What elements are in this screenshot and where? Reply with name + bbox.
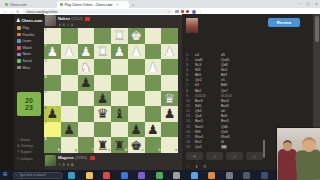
- white-move[interactable]: Rhe1: [195, 135, 221, 139]
- move-list-scrollbar[interactable]: [263, 140, 265, 158]
- reload-icon[interactable]: ↻: [16, 10, 19, 14]
- person-left-body: [278, 149, 297, 180]
- sidebar-item-learn[interactable]: Learn: [17, 39, 31, 43]
- moves-nav-back-icon[interactable]: ‹: [206, 152, 223, 160]
- sidebar-footer-collapse[interactable]: «Collapse: [17, 157, 33, 161]
- taskbar-app-icon-gray[interactable]: [173, 172, 180, 179]
- black-pawn-f4: ♟: [80, 76, 92, 89]
- square-g6[interactable]: [61, 106, 78, 122]
- square-e2[interactable]: ♜: [94, 44, 111, 60]
- square-d6[interactable]: ♝: [111, 106, 128, 122]
- move-number: 3.: [186, 63, 195, 67]
- taskbar-app-icon-green[interactable]: [156, 172, 163, 179]
- square-d3[interactable]: [111, 59, 128, 75]
- year-2023-ad[interactable]: 20 23: [17, 92, 41, 116]
- rank-label: 5: [45, 91, 47, 94]
- sidebar-item-social[interactable]: Social: [17, 59, 32, 63]
- sidebar-item-label: Learn: [22, 39, 31, 43]
- square-c7[interactable]: ♟: [128, 122, 145, 138]
- move-number: 7.: [186, 83, 195, 87]
- square-d4[interactable]: [111, 75, 128, 91]
- watch-icon: [17, 46, 21, 50]
- bottom-player-rating: (1095): [75, 155, 87, 160]
- black-move[interactable]: Qe6: [221, 130, 247, 134]
- square-h6[interactable]: ♟6: [44, 106, 61, 122]
- move-number: 17.: [186, 135, 195, 139]
- square-a5[interactable]: ♛: [161, 91, 178, 107]
- bookmark-star-icon[interactable]: ☆: [167, 10, 170, 14]
- black-pawn-h6: ♟: [47, 107, 59, 120]
- move-number: 10.: [186, 99, 195, 103]
- square-h4[interactable]: 4: [44, 75, 61, 91]
- extension-red-icon[interactable]: [186, 10, 189, 13]
- rank-label: 4: [45, 76, 47, 79]
- move-number: 9.: [186, 94, 195, 98]
- square-d8[interactable]: ♜d: [111, 137, 128, 153]
- square-c2[interactable]: ♟: [128, 44, 145, 60]
- bottom-player-name[interactable]: Magnus (1095): [58, 155, 95, 160]
- sidebar-item-label: Social: [22, 59, 31, 63]
- extension-puzzle-icon[interactable]: [175, 10, 178, 13]
- search-icon: ⌕: [17, 138, 19, 142]
- square-b7[interactable]: ♟: [145, 122, 162, 138]
- play-icon: [17, 26, 21, 30]
- file-label: c: [142, 149, 144, 152]
- maximize-icon[interactable]: ▢: [307, 2, 310, 6]
- square-e8[interactable]: ♜e: [94, 137, 111, 153]
- square-g1[interactable]: [61, 28, 78, 44]
- square-b3[interactable]: ♟: [145, 59, 162, 75]
- black-move[interactable]: f4: [221, 140, 247, 144]
- square-g4[interactable]: [61, 75, 78, 91]
- square-f2[interactable]: ♟: [78, 44, 95, 60]
- sidebar-item-puzzles[interactable]: Puzzles: [17, 33, 34, 37]
- rank-label: 7: [45, 122, 47, 125]
- square-h3[interactable]: 3: [44, 59, 61, 75]
- rank-label: 6: [45, 107, 47, 110]
- browser-tab-1[interactable]: Chess.com: [2, 1, 56, 8]
- square-d5[interactable]: [111, 91, 128, 107]
- sidebar-item-label: Puzzles: [22, 33, 34, 37]
- move-number: 6.: [186, 78, 195, 82]
- black-move[interactable]: Qe7: [221, 89, 247, 93]
- file-label: e: [108, 149, 110, 152]
- black-move[interactable]: e5: [221, 78, 247, 82]
- square-e3[interactable]: [94, 59, 111, 75]
- white-pawn-g2: ♟: [63, 44, 75, 57]
- square-d7[interactable]: [111, 122, 128, 138]
- search-icon: ⌕: [16, 173, 18, 177]
- white-knight-f3: ♞: [80, 60, 92, 73]
- square-g7[interactable]: ♟: [61, 122, 78, 138]
- square-c6[interactable]: [128, 106, 145, 122]
- opponent-photo-avatar[interactable]: [186, 18, 198, 33]
- black-pawn-a6: ♟: [164, 107, 176, 120]
- chesscom-favicon: [5, 3, 8, 6]
- pawn-logo-icon: ♟: [16, 17, 20, 23]
- puzzles-icon: [17, 33, 21, 37]
- top-player-bar: Nakez (1112) ♞♞♝♟: [44, 15, 178, 27]
- square-d1[interactable]: ♜: [111, 28, 128, 44]
- rank-label: 3: [45, 60, 47, 63]
- move-number: 8.: [186, 89, 195, 93]
- tab-title: Play Chess Online - Chess.com: [65, 3, 113, 7]
- white-pawn-d2: ♟: [114, 44, 126, 57]
- black-move[interactable]: a6: [221, 109, 247, 113]
- black-move[interactable]: O-O-O: [221, 94, 247, 98]
- square-f6[interactable]: [78, 106, 95, 122]
- black-pawn-b7: ♟: [147, 123, 159, 136]
- square-h7[interactable]: 7: [44, 122, 61, 138]
- browser-tab-2-active[interactable]: Play Chess Online - Chess.com ✕: [57, 1, 129, 8]
- sidebar-footer-support[interactable]: ?Support: [17, 150, 31, 154]
- bottom-player-bar: Magnus (1095) ♘♗♗♙: [44, 155, 178, 168]
- black-move[interactable]: Bxc6: [221, 99, 247, 103]
- taskbar-app-icon-steel[interactable]: [243, 172, 250, 179]
- move-number: 4.: [186, 68, 195, 72]
- move-number: 11.: [186, 104, 195, 108]
- square-d2[interactable]: ♟: [111, 44, 128, 60]
- download-icon[interactable]: ⬇: [195, 164, 198, 169]
- gear-icon: ⚙: [17, 144, 20, 148]
- rank-label: 2: [45, 44, 47, 47]
- person-right-head: [302, 137, 316, 152]
- white-move[interactable]: Nd5: [195, 104, 221, 108]
- black-move[interactable]: Bxe5: [221, 119, 247, 123]
- webcam-overlay: [277, 128, 320, 180]
- black-move[interactable]: Qd6: [221, 125, 247, 129]
- chesscom-logo[interactable]: ♟ Chess.com: [16, 17, 42, 23]
- black-move[interactable]: Qxd5: [221, 58, 247, 62]
- person-right-body: [295, 149, 320, 180]
- url-field[interactable]: chess.com/play/online ☆: [23, 9, 173, 14]
- move-number: 5.: [186, 73, 195, 77]
- top-player-avatar[interactable]: [45, 15, 56, 26]
- square-a7[interactable]: [161, 122, 178, 138]
- sidebar-item-watch[interactable]: Watch: [17, 46, 32, 50]
- taskbar-app-icon-navy[interactable]: [261, 172, 268, 179]
- black-move[interactable]: d5: [221, 53, 247, 57]
- close-tab-icon[interactable]: ✕: [116, 3, 119, 7]
- file-label: f: [92, 149, 93, 152]
- white-pawn-a2: ♟: [164, 44, 176, 57]
- white-rook-e2: ♜: [97, 44, 109, 57]
- square-a8[interactable]: a: [161, 137, 178, 153]
- white-move[interactable]: e4: [195, 53, 221, 57]
- black-move[interactable]: h6: [221, 145, 227, 149]
- square-g2[interactable]: ♟: [61, 44, 78, 60]
- move-number: 13.: [186, 114, 195, 118]
- black-rook-d8: ♜: [114, 138, 126, 151]
- square-b8[interactable]: b: [145, 137, 162, 153]
- white-move[interactable]: O-O-O: [195, 94, 221, 98]
- support-icon: ?: [17, 150, 19, 154]
- square-f4[interactable]: ♟: [78, 75, 95, 91]
- screen: Chess.com Play Chess Online - Chess.com …: [0, 0, 320, 180]
- minimize-icon[interactable]: ─: [299, 2, 302, 6]
- square-g5[interactable]: [61, 91, 78, 107]
- white-move[interactable]: Nf3: [195, 130, 221, 134]
- square-f5[interactable]: [78, 91, 95, 107]
- black-move[interactable]: Bxd5: [221, 104, 247, 108]
- close-icon[interactable]: ✕: [315, 2, 318, 6]
- chesscom-sidebar: ♟ Chess.com PlayPuzzlesLearnWatchNewsSoc…: [14, 14, 44, 180]
- white-move[interactable]: Bb5: [195, 73, 221, 77]
- search-placeholder: Type here to search: [19, 173, 46, 177]
- window-controls: ─ ▢ ✕: [299, 0, 318, 8]
- black-move[interactable]: Be6: [221, 114, 247, 118]
- moves-nav-explorer-icon[interactable]: ⌕: [246, 152, 263, 160]
- bottom-captured-pieces: ♘♗♗♙: [58, 162, 74, 167]
- sidebar-item-more[interactable]: More: [17, 66, 30, 70]
- move-row: 19.Qa5h6: [186, 145, 264, 150]
- black-pawn-g7: ♟: [63, 123, 75, 136]
- black-move[interactable]: Qd8: [221, 63, 247, 67]
- move-number: 1.: [186, 53, 195, 57]
- url-text: chess.com/play/online: [26, 10, 57, 14]
- taskbar-app-icon-orange[interactable]: [208, 172, 215, 179]
- square-a2[interactable]: ♟: [161, 44, 178, 60]
- black-queen-e6: ♛: [97, 107, 109, 120]
- taskbar-explorer-icon[interactable]: [86, 172, 93, 179]
- white-rook-d1: ♜: [114, 29, 126, 42]
- sidebar-item-news[interactable]: News: [17, 52, 31, 56]
- square-e1[interactable]: [94, 28, 111, 44]
- black-king-c8: ♚: [130, 138, 142, 151]
- white-pawn-f2: ♟: [80, 44, 92, 57]
- top-captured-pieces: ♞♞♝♟: [58, 22, 74, 27]
- top-player-flag-icon: [85, 17, 90, 20]
- black-pawn-e5: ♟: [97, 91, 109, 104]
- square-b2[interactable]: [145, 44, 162, 60]
- black-move[interactable]: Nc6: [221, 68, 247, 72]
- black-rook-e8: ♜: [97, 138, 109, 151]
- start-button-icon[interactable]: ⊞: [3, 172, 7, 177]
- square-a4[interactable]: [161, 75, 178, 91]
- taskbar-app-icon-blue[interactable]: [121, 172, 128, 179]
- top-player-rating: (1112): [71, 16, 82, 21]
- social-icon: [17, 59, 21, 63]
- news-icon: [17, 53, 21, 57]
- share-icon[interactable]: ⤴: [187, 164, 189, 169]
- taskbar-app-icon-slate[interactable]: [226, 172, 233, 179]
- rank-label: 1: [45, 29, 47, 32]
- moves-nav-forward-icon[interactable]: ›: [226, 152, 243, 160]
- square-g3[interactable]: [61, 59, 78, 75]
- top-player-name[interactable]: Nakez (1112): [58, 16, 90, 21]
- moves-nav-add-icon[interactable]: +: [186, 152, 203, 160]
- square-e7[interactable]: [94, 122, 111, 138]
- square-h2[interactable]: ♟2: [44, 44, 61, 60]
- square-b6[interactable]: [145, 106, 162, 122]
- square-c1[interactable]: ♚: [128, 28, 145, 44]
- sidebar-footer-settings[interactable]: ⚙Settings: [17, 144, 33, 148]
- square-c5[interactable]: [128, 91, 145, 107]
- square-c3[interactable]: [128, 59, 145, 75]
- move-number: 14.: [186, 119, 195, 123]
- file-label: b: [158, 149, 160, 152]
- chess-board: 1♜♚♟2♟♟♜♟♟♟3♞♟4♟5♟♛♟6♛♝♟7♟♟♟8hgf♜e♜d♚cba: [44, 28, 178, 153]
- white-pawn-c2: ♟: [130, 44, 142, 57]
- move-number: 15.: [186, 125, 195, 129]
- move-number: 18.: [186, 140, 195, 144]
- white-move[interactable]: Qa5: [195, 145, 221, 149]
- white-move[interactable]: b3: [195, 83, 221, 87]
- settings-icon[interactable]: ⚙: [203, 164, 207, 169]
- white-move[interactable]: Nxe5: [195, 125, 221, 129]
- person-left-head: [283, 140, 292, 151]
- sidebar-item-label: More: [22, 66, 30, 70]
- white-pawn-b3: ♟: [147, 60, 159, 73]
- more-icon: [17, 66, 21, 70]
- white-king-c1: ♚: [130, 29, 142, 42]
- square-h5[interactable]: 5: [44, 91, 61, 107]
- taskbar-discord-icon[interactable]: [138, 172, 145, 179]
- square-b4[interactable]: [145, 75, 162, 91]
- browser-menu-icon[interactable]: ⋮: [198, 10, 202, 14]
- tab-title: Chess.com: [10, 3, 27, 7]
- square-f8[interactable]: f: [78, 137, 95, 153]
- square-e6[interactable]: ♛: [94, 106, 111, 122]
- square-g8[interactable]: g: [61, 137, 78, 153]
- file-label: d: [125, 149, 127, 152]
- move-number: 16.: [186, 130, 195, 134]
- sidebar-item-play[interactable]: Play: [17, 26, 29, 30]
- sidebar-item-label: Watch: [22, 46, 31, 50]
- chesscom-favicon: [60, 3, 63, 6]
- white-move[interactable]: Qb5: [195, 109, 221, 113]
- white-move[interactable]: Qe2: [195, 78, 221, 82]
- adblock-icon[interactable]: [181, 10, 184, 13]
- page-scrollbar-thumb[interactable]: [315, 16, 319, 42]
- square-h1[interactable]: 1: [44, 28, 61, 44]
- white-move[interactable]: Bb2: [195, 89, 221, 93]
- collapse-icon: «: [17, 157, 19, 161]
- new-tab-button[interactable]: +: [132, 2, 134, 7]
- page-left-gutter: [0, 14, 14, 180]
- bottom-player-avatar[interactable]: [45, 155, 56, 166]
- white-move[interactable]: Bxc6: [195, 99, 221, 103]
- white-move[interactable]: Nc3: [195, 63, 221, 67]
- forward-icon[interactable]: →: [10, 10, 14, 14]
- move-number: 2.: [186, 58, 195, 62]
- square-b1[interactable]: [145, 28, 162, 44]
- black-move[interactable]: Bd7: [221, 73, 247, 77]
- square-a1[interactable]: [161, 28, 178, 44]
- square-c4[interactable]: [128, 75, 145, 91]
- white-queen-a5: ♛: [164, 91, 176, 104]
- taskbar-search-box[interactable]: ⌕ Type here to search: [13, 172, 63, 179]
- white-move[interactable]: exd5: [195, 58, 221, 62]
- browser-tabstrip: Chess.com Play Chess Online - Chess.com …: [0, 0, 320, 8]
- learn-icon: [17, 39, 21, 43]
- square-e5[interactable]: ♟: [94, 91, 111, 107]
- white-move[interactable]: Nf3: [195, 68, 221, 72]
- move-number: 12.: [186, 109, 195, 113]
- black-move[interactable]: Rhe8: [221, 135, 247, 139]
- white-move[interactable]: Qa4: [195, 114, 221, 118]
- taskbar-edge-icon[interactable]: [68, 172, 75, 179]
- white-move[interactable]: Re2: [195, 140, 221, 144]
- sidebar-footer-search[interactable]: ⌕Search: [17, 138, 30, 142]
- move-list: 1.e4d52.exd5Qxd53.Nc3Qd84.Nf3Nc65.Bb5Bd7…: [186, 52, 264, 150]
- white-pawn-h2: ♟: [47, 44, 59, 57]
- taskbar-skype-icon[interactable]: [191, 172, 198, 179]
- sidebar-item-label: Play: [22, 26, 29, 30]
- profile-avatar[interactable]: [192, 10, 196, 14]
- rank-label: 8: [45, 138, 47, 141]
- square-f7[interactable]: [78, 122, 95, 138]
- square-f1[interactable]: [78, 28, 95, 44]
- taskbar-chrome-icon[interactable]: [103, 172, 110, 179]
- square-h8[interactable]: 8h: [44, 137, 61, 153]
- square-a6[interactable]: ♟: [161, 106, 178, 122]
- square-b5[interactable]: [145, 91, 162, 107]
- black-bishop-d6: ♝: [114, 107, 126, 120]
- bottom-player-flag-icon: [90, 156, 95, 159]
- back-icon[interactable]: ←: [3, 10, 7, 14]
- black-pawn-c7: ♟: [130, 123, 142, 136]
- square-c8[interactable]: ♚c: [128, 137, 145, 153]
- file-label: a: [175, 149, 177, 152]
- square-e4[interactable]: [94, 75, 111, 91]
- sidebar-item-label: News: [22, 52, 30, 56]
- game-review-button[interactable]: Review: [268, 18, 300, 27]
- square-f3[interactable]: ♞: [78, 59, 95, 75]
- square-a3[interactable]: [161, 59, 178, 75]
- file-label: g: [75, 149, 77, 152]
- move-number: 19.: [186, 145, 195, 149]
- file-label: h: [58, 149, 60, 152]
- white-move[interactable]: Bxe5: [195, 119, 221, 123]
- black-move[interactable]: Bd6: [221, 83, 247, 87]
